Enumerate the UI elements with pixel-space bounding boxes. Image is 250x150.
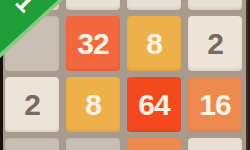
screen-edge-right: [246, 0, 250, 150]
corner-ribbon: 1: [0, 0, 70, 64]
tile-8: 8: [127, 16, 181, 71]
partial-tile: [127, 0, 181, 10]
partial-tile: [127, 138, 181, 150]
tile-32: 32: [66, 16, 120, 71]
partial-tile: [66, 0, 120, 10]
tile-2: 2: [5, 77, 59, 132]
empty-cell: [5, 138, 59, 150]
tile-2: 2: [188, 16, 242, 71]
partial-tile: [188, 138, 242, 150]
empty-cell: [66, 138, 120, 150]
tile-64: 64: [127, 77, 181, 132]
tile-8: 8: [66, 77, 120, 132]
game-screen: 32 8 2 2 8 64 16 1: [0, 0, 250, 150]
tile-16: 16: [188, 77, 242, 132]
partial-tile: [188, 0, 242, 10]
